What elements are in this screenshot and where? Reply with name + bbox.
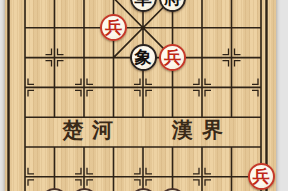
pieces-grid: 車將兵象兵兵 — [10, 0, 276, 191]
piece-black-general[interactable]: 將 — [159, 0, 186, 12]
piece-black-chariot[interactable]: 車 — [130, 0, 157, 12]
piece-black-elephant[interactable]: 象 — [130, 44, 157, 71]
piece-red-soldier[interactable]: 兵 — [159, 44, 186, 71]
piece-red-soldier[interactable]: 兵 — [248, 163, 275, 190]
piece-red-soldier[interactable]: 兵 — [100, 14, 127, 41]
xiangqi-board-screenshot: 楚 河 漢 界 車將兵象兵兵 — [0, 0, 288, 191]
